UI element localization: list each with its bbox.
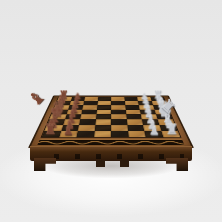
carved-scroll-channel bbox=[37, 139, 185, 145]
board-foot-center-right bbox=[120, 160, 129, 167]
chess-board: ♜♟♟♜♞♟♟♞♝♟♟♝♛♟♟♛♚♟♟♚♝♟♟♝♞♟♟♞♜♟♟♜ bbox=[28, 95, 194, 148]
black-pawn: ♟ bbox=[74, 92, 82, 101]
square bbox=[76, 131, 94, 137]
square: ♟ bbox=[144, 131, 163, 137]
board-grid: ♜♟♟♜♞♟♟♞♝♟♟♝♛♟♟♛♚♟♟♚♝♟♟♝♞♟♟♞♜♟♟♜ bbox=[40, 97, 181, 138]
apron-dentil-carving bbox=[38, 154, 184, 159]
black-rook: ♜ bbox=[59, 90, 69, 101]
white-pawn: ♟ bbox=[148, 120, 158, 131]
perspective-wrapper: ♜♟♟♜♞♟♟♞♝♟♟♝♛♟♟♛♚♟♟♚♝♟♟♝♞♟♟♞♜♟♟♜ bbox=[0, 0, 222, 222]
chess-set-photo: ♜♟♟♜♞♟♟♞♝♟♟♝♛♟♟♛♚♟♟♚♝♟♟♝♞♟♟♞♜♟♟♜ ♝ ♜ bbox=[0, 0, 222, 222]
white-pawn: ♟ bbox=[141, 92, 149, 101]
board-foot-center-left bbox=[96, 160, 105, 167]
square bbox=[128, 131, 146, 137]
black-pawn: ♟ bbox=[65, 120, 75, 131]
square bbox=[94, 131, 111, 137]
square bbox=[111, 131, 128, 137]
square: ♜ bbox=[161, 131, 180, 137]
carved-vine-pattern bbox=[37, 140, 184, 145]
white-rook: ♜ bbox=[153, 90, 163, 101]
square: ♟ bbox=[59, 131, 78, 137]
